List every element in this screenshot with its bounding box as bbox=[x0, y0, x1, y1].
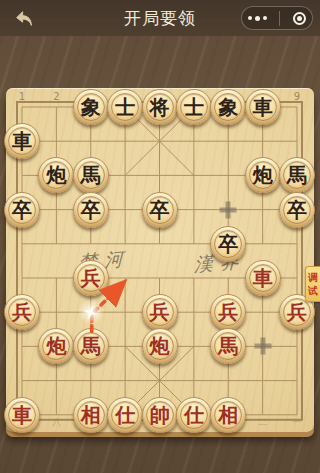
piece-red-elephant[interactable]: 相 bbox=[210, 397, 246, 433]
exit-target-button[interactable] bbox=[293, 12, 306, 25]
debug-button-label: 调 bbox=[308, 271, 318, 284]
column-label-top: 9 bbox=[288, 91, 306, 102]
piece-black-pawn[interactable]: 卒 bbox=[73, 192, 109, 228]
piece-red-cannon[interactable]: 炮 bbox=[38, 328, 74, 364]
piece-red-cannon[interactable]: 炮 bbox=[142, 328, 178, 364]
column-label-bottom: 二 bbox=[254, 416, 272, 429]
piece-red-advisor[interactable]: 仕 bbox=[176, 397, 212, 433]
piece-black-pawn[interactable]: 卒 bbox=[210, 226, 246, 262]
selection-sparkle bbox=[78, 299, 104, 325]
piece-black-cannon[interactable]: 炮 bbox=[245, 157, 281, 193]
piece-red-pawn[interactable]: 兵 bbox=[210, 294, 246, 330]
piece-red-advisor[interactable]: 仕 bbox=[107, 397, 143, 433]
piece-black-elephant[interactable]: 象 bbox=[210, 89, 246, 125]
column-label-top: 1 bbox=[13, 91, 31, 102]
column-label-bottom: 八 bbox=[47, 416, 65, 429]
more-options-button[interactable] bbox=[248, 16, 267, 21]
move-origin-marker bbox=[254, 338, 271, 355]
column-label-top: 2 bbox=[47, 91, 65, 102]
piece-red-pawn[interactable]: 兵 bbox=[4, 294, 40, 330]
piece-black-pawn[interactable]: 卒 bbox=[279, 192, 315, 228]
piece-black-pawn[interactable]: 卒 bbox=[142, 192, 178, 228]
piece-black-advisor[interactable]: 士 bbox=[176, 89, 212, 125]
piece-black-rook[interactable]: 車 bbox=[245, 89, 281, 125]
piece-red-elephant[interactable]: 相 bbox=[73, 397, 109, 433]
piece-red-horse[interactable]: 馬 bbox=[210, 328, 246, 364]
piece-black-elephant[interactable]: 象 bbox=[73, 89, 109, 125]
piece-black-pawn[interactable]: 卒 bbox=[4, 192, 40, 228]
piece-red-rook[interactable]: 車 bbox=[4, 397, 40, 433]
app-screen: 开局要领 楚河 漢界 123456789九八七六五四三二一象士将士象車車炮馬炮馬… bbox=[0, 0, 320, 473]
piece-red-pawn[interactable]: 兵 bbox=[73, 260, 109, 296]
piece-black-cannon[interactable]: 炮 bbox=[38, 157, 74, 193]
navbar: 开局要领 bbox=[0, 0, 320, 36]
miniprogram-capsule bbox=[241, 6, 313, 30]
debug-button[interactable]: 调试 bbox=[305, 266, 320, 302]
piece-red-rook[interactable]: 車 bbox=[245, 260, 281, 296]
piece-black-horse[interactable]: 馬 bbox=[279, 157, 315, 193]
piece-red-pawn[interactable]: 兵 bbox=[142, 294, 178, 330]
xiangqi-board: 楚河 漢界 123456789九八七六五四三二一象士将士象車車炮馬炮馬卒卒卒卒卒… bbox=[6, 88, 314, 432]
piece-black-rook[interactable]: 車 bbox=[4, 123, 40, 159]
capsule-divider bbox=[279, 11, 280, 26]
debug-button-label: 试 bbox=[308, 284, 318, 297]
column-label-bottom: 一 bbox=[288, 416, 306, 429]
piece-black-horse[interactable]: 馬 bbox=[73, 157, 109, 193]
move-origin-marker bbox=[220, 201, 237, 218]
piece-black-advisor[interactable]: 士 bbox=[107, 89, 143, 125]
piece-black-king[interactable]: 将 bbox=[142, 89, 178, 125]
piece-red-horse[interactable]: 馬 bbox=[73, 328, 109, 364]
piece-red-king[interactable]: 帥 bbox=[142, 397, 178, 433]
